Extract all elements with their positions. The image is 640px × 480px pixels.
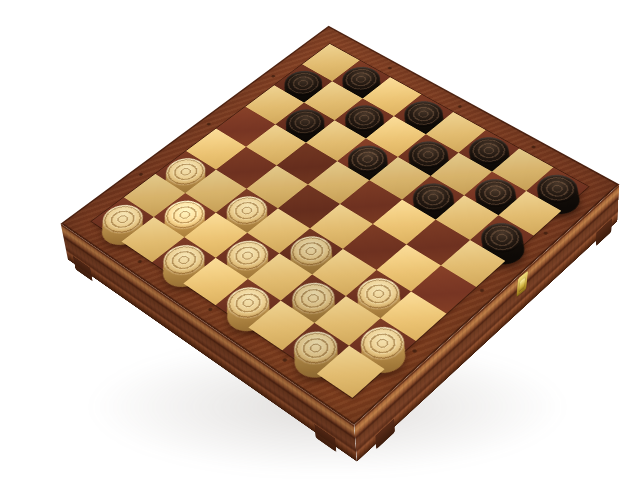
checker-glyph: ⛀ [376, 272, 377, 273]
checker-side [350, 284, 410, 328]
product-photo-stage: ⛂⛂⛂⛂⛂⛂⛂⛂⛂⛂⛂⛂⛀⛀⛀⛀⛀⛀⛀⛀⛀⛀⛀⛀ [0, 0, 640, 480]
checker-glyph: ⛂ [362, 100, 363, 101]
frame-screw-dot [282, 358, 288, 363]
square-e6[interactable]: ⛀ [279, 228, 343, 274]
frame-screw-dot [457, 105, 462, 109]
checker-side [474, 228, 532, 270]
frame-screw-dot [531, 145, 537, 149]
checker-glyph: ⛀ [247, 235, 248, 236]
white-checker[interactable]: ⛀ [219, 235, 277, 277]
checker-glyph: ⛂ [553, 169, 554, 170]
checker-glyph: ⛂ [302, 66, 303, 67]
square-g3 [436, 195, 499, 240]
box-foot [314, 424, 336, 452]
square-d7[interactable]: ⛀ [216, 233, 280, 279]
square-h2 [498, 191, 561, 236]
frame-screw-dot [387, 66, 392, 69]
checker-side [284, 289, 344, 334]
frame-screw-dot [206, 122, 211, 126]
white-checker[interactable]: ⛀ [219, 281, 278, 325]
checker-top: ⛀ [219, 235, 277, 277]
checker-top: ⛀ [284, 277, 343, 321]
frame-screw-dot [138, 173, 144, 177]
frame-screw-dot [137, 259, 143, 263]
brass-latch-icon [516, 271, 527, 297]
checker-glyph: ⛀ [247, 281, 248, 282]
checker-glyph: ⛀ [380, 321, 382, 322]
checker-top: ⛀ [219, 281, 278, 325]
square-h6 [380, 292, 446, 341]
frame-screw-dot [412, 349, 418, 354]
square-g8[interactable]: ⛀ [282, 323, 349, 374]
square-c8[interactable]: ⛀ [152, 237, 216, 283]
checker-side [286, 338, 347, 385]
checker-glyph: ⛀ [309, 230, 310, 231]
frame-screw-dot [271, 75, 276, 78]
square-f4 [373, 200, 436, 245]
frame-screw-dot [479, 288, 485, 292]
frame-screw-dot [543, 231, 549, 235]
square-f8 [248, 301, 314, 351]
square-f5[interactable] [343, 224, 407, 270]
scene: ⛂⛂⛂⛂⛂⛂⛂⛂⛂⛂⛂⛂⛀⛀⛀⛀⛀⛀⛀⛀⛀⛀⛀⛀ [0, 0, 640, 480]
checker-glyph: ⛀ [312, 277, 313, 278]
square-e5 [310, 204, 373, 249]
checker-glyph: ⛀ [185, 153, 186, 154]
square-g7 [314, 296, 380, 346]
checker-glyph: ⛀ [123, 199, 124, 200]
checker-glyph: ⛂ [421, 96, 422, 97]
checker-side [218, 293, 278, 338]
square-f6 [312, 249, 376, 296]
checker-top: ⛀ [349, 272, 408, 316]
white-checker[interactable]: ⛀ [285, 325, 346, 371]
white-checker[interactable]: ⛀ [349, 272, 408, 316]
checker-side [283, 242, 341, 284]
box-foot [73, 256, 93, 282]
square-h7[interactable]: ⛀ [349, 318, 416, 369]
checker-glyph: ⛀ [246, 191, 247, 192]
square-h8 [317, 346, 385, 398]
checkers-box: ⛂⛂⛂⛂⛂⛂⛂⛂⛂⛂⛂⛂⛀⛀⛀⛀⛀⛀⛀⛀⛀⛀⛀⛀ [61, 26, 620, 425]
white-checker[interactable]: ⛀ [155, 239, 213, 281]
square-e7 [248, 253, 312, 300]
square-h3[interactable]: ⛂ [470, 215, 534, 261]
checker-top: ⛀ [155, 239, 213, 281]
checker-glyph: ⛀ [314, 325, 316, 326]
square-g6[interactable]: ⛀ [346, 270, 411, 318]
square-h4 [441, 240, 505, 287]
checker-glyph: ⛂ [485, 132, 486, 133]
frame-screw-dot [207, 307, 213, 311]
checker-top: ⛀ [352, 321, 413, 367]
square-g4[interactable] [406, 220, 470, 266]
checker-glyph: ⛂ [359, 62, 360, 63]
white-checker[interactable]: ⛀ [352, 321, 413, 367]
square-d8 [183, 258, 247, 305]
black-checker[interactable]: ⛂ [473, 217, 531, 259]
checker-glyph: ⛀ [184, 239, 185, 240]
square-h5[interactable] [411, 265, 476, 313]
white-checker[interactable]: ⛀ [284, 277, 343, 321]
square-d6 [247, 208, 310, 253]
square-c7 [184, 213, 247, 258]
checker-glyph: ⛂ [304, 104, 305, 105]
box-foot [596, 218, 612, 246]
checker-glyph: ⛂ [498, 217, 499, 218]
checker-top: ⛀ [282, 230, 340, 272]
square-b8 [122, 217, 185, 262]
square-f7[interactable]: ⛀ [281, 274, 346, 322]
checker-side [155, 251, 213, 294]
checker-top: ⛀ [285, 325, 346, 371]
checker-top: ⛂ [473, 217, 531, 259]
checker-side [219, 246, 277, 289]
checker-glyph: ⛂ [430, 178, 431, 179]
checker-glyph: ⛂ [492, 174, 493, 175]
checker-glyph: ⛂ [425, 136, 426, 137]
checker-side [353, 333, 414, 380]
box-foot [375, 419, 395, 450]
checkers-board: ⛂⛂⛂⛂⛂⛂⛂⛂⛂⛂⛂⛂⛀⛀⛀⛀⛀⛀⛀⛀⛀⛀⛀⛀ [92, 44, 589, 398]
checker-glyph: ⛀ [185, 195, 186, 196]
square-e8[interactable]: ⛀ [216, 279, 281, 328]
square-g5 [377, 244, 441, 291]
board-lid-top: ⛂⛂⛂⛂⛂⛂⛂⛂⛂⛂⛂⛂⛀⛀⛀⛀⛀⛀⛀⛀⛀⛀⛀⛀ [61, 26, 620, 425]
checker-glyph: ⛂ [365, 140, 366, 141]
white-checker[interactable]: ⛀ [282, 230, 340, 272]
